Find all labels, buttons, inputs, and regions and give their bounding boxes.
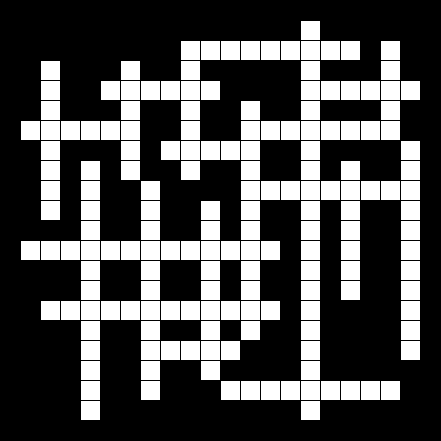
- white-cell-r14c15[interactable]: [301, 281, 320, 300]
- black-cell-r10c21: [421, 201, 440, 220]
- white-cell-r6c2[interactable]: [41, 121, 60, 140]
- white-cell-r2c13[interactable]: [261, 41, 280, 60]
- black-cell-r18c2: [41, 361, 60, 380]
- black-cell-r3c5: [101, 61, 120, 80]
- black-cell-r3c11: [221, 61, 240, 80]
- black-cell-r16c17: [341, 321, 360, 340]
- black-cell-r0c18: [361, 1, 380, 20]
- black-cell-r3c0: [1, 61, 20, 80]
- white-cell-r13c17[interactable]: [341, 261, 360, 280]
- white-cell-r17c7[interactable]: [141, 341, 160, 360]
- white-cell-r4c18[interactable]: [361, 81, 380, 100]
- white-cell-r18c4[interactable]: [81, 361, 100, 380]
- white-cell-r18c7[interactable]: [141, 361, 160, 380]
- white-cell-r14c4[interactable]: [81, 281, 100, 300]
- white-cell-r8c2[interactable]: [41, 161, 60, 180]
- black-cell-r14c2: [41, 281, 60, 300]
- white-cell-r10c2[interactable]: [41, 201, 60, 220]
- white-cell-r10c20[interactable]: [401, 201, 420, 220]
- white-cell-r2c14[interactable]: [281, 41, 300, 60]
- black-cell-r3c20: [401, 61, 420, 80]
- white-cell-r3c9[interactable]: [181, 61, 200, 80]
- white-cell-r16c15[interactable]: [301, 321, 320, 340]
- white-cell-r14c7[interactable]: [141, 281, 160, 300]
- white-cell-r10c12[interactable]: [241, 201, 260, 220]
- white-cell-r17c11[interactable]: [221, 341, 240, 360]
- white-cell-r19c18[interactable]: [361, 381, 380, 400]
- white-cell-r6c19[interactable]: [381, 121, 400, 140]
- black-cell-r21c2: [41, 421, 60, 440]
- white-cell-r2c19[interactable]: [381, 41, 400, 60]
- black-cell-r10c13: [261, 201, 280, 220]
- white-cell-r11c12[interactable]: [241, 221, 260, 240]
- black-cell-r7c3: [61, 141, 80, 160]
- white-cell-r10c4[interactable]: [81, 201, 100, 220]
- black-cell-r13c8: [161, 261, 180, 280]
- white-cell-r12c20[interactable]: [401, 241, 420, 260]
- white-cell-r16c7[interactable]: [141, 321, 160, 340]
- black-cell-r21c7: [141, 421, 160, 440]
- white-cell-r4c20[interactable]: [401, 81, 420, 100]
- white-cell-r5c2[interactable]: [41, 101, 60, 120]
- white-cell-r8c6[interactable]: [121, 161, 140, 180]
- black-cell-r0c0: [1, 1, 20, 20]
- white-cell-r7c20[interactable]: [401, 141, 420, 160]
- white-cell-r12c13[interactable]: [261, 241, 280, 260]
- white-cell-r19c16[interactable]: [321, 381, 340, 400]
- white-cell-r4c17[interactable]: [341, 81, 360, 100]
- white-cell-r12c2[interactable]: [41, 241, 60, 260]
- black-cell-r6c21: [421, 121, 440, 140]
- white-cell-r8c17[interactable]: [341, 161, 360, 180]
- white-cell-r13c10[interactable]: [201, 261, 220, 280]
- white-cell-r2c17[interactable]: [341, 41, 360, 60]
- white-cell-r9c14[interactable]: [281, 181, 300, 200]
- black-cell-r20c20: [401, 401, 420, 420]
- black-cell-r7c21: [421, 141, 440, 160]
- black-cell-r3c3: [61, 61, 80, 80]
- white-cell-r7c2[interactable]: [41, 141, 60, 160]
- white-cell-r19c14[interactable]: [281, 381, 300, 400]
- black-cell-r1c12: [241, 21, 260, 40]
- black-cell-r3c4: [81, 61, 100, 80]
- black-cell-r7c0: [1, 141, 20, 160]
- white-cell-r8c20[interactable]: [401, 161, 420, 180]
- white-cell-r18c10[interactable]: [201, 361, 220, 380]
- white-cell-r4c10[interactable]: [201, 81, 220, 100]
- black-cell-r17c14: [281, 341, 300, 360]
- white-cell-r2c10[interactable]: [201, 41, 220, 60]
- black-cell-r20c21: [421, 401, 440, 420]
- black-cell-r16c13: [261, 321, 280, 340]
- white-cell-r7c9[interactable]: [181, 141, 200, 160]
- black-cell-r20c9: [181, 401, 200, 420]
- black-cell-r18c19: [381, 361, 400, 380]
- white-cell-r15c3[interactable]: [61, 301, 80, 320]
- black-cell-r13c3: [61, 261, 80, 280]
- black-cell-r10c3: [61, 201, 80, 220]
- black-cell-r10c18: [361, 201, 380, 220]
- black-cell-r3c7: [141, 61, 160, 80]
- black-cell-r8c19: [381, 161, 400, 180]
- white-cell-r8c4[interactable]: [81, 161, 100, 180]
- white-cell-r15c7[interactable]: [141, 301, 160, 320]
- black-cell-r16c3: [61, 321, 80, 340]
- white-cell-r9c20[interactable]: [401, 181, 420, 200]
- white-cell-r5c12[interactable]: [241, 101, 260, 120]
- black-cell-r20c14: [281, 401, 300, 420]
- white-cell-r11c20[interactable]: [401, 221, 420, 240]
- black-cell-r20c3: [61, 401, 80, 420]
- white-cell-r2c16[interactable]: [321, 41, 340, 60]
- white-cell-r6c3[interactable]: [61, 121, 80, 140]
- white-cell-r1c15[interactable]: [301, 21, 320, 40]
- white-cell-r4c16[interactable]: [321, 81, 340, 100]
- white-cell-r3c19[interactable]: [381, 61, 400, 80]
- white-cell-r6c13[interactable]: [261, 121, 280, 140]
- white-cell-r7c8[interactable]: [161, 141, 180, 160]
- black-cell-r0c9: [181, 1, 200, 20]
- black-cell-r13c11: [221, 261, 240, 280]
- white-cell-r6c6[interactable]: [121, 121, 140, 140]
- white-cell-r3c2[interactable]: [41, 61, 60, 80]
- black-cell-r2c5: [101, 41, 120, 60]
- white-cell-r12c12[interactable]: [241, 241, 260, 260]
- white-cell-r12c6[interactable]: [121, 241, 140, 260]
- white-cell-r15c12[interactable]: [241, 301, 260, 320]
- white-cell-r13c20[interactable]: [401, 261, 420, 280]
- white-cell-r15c11[interactable]: [221, 301, 240, 320]
- black-cell-r10c0: [1, 201, 20, 220]
- white-cell-r8c15[interactable]: [301, 161, 320, 180]
- black-cell-r9c1: [21, 181, 40, 200]
- black-cell-r15c18: [361, 301, 380, 320]
- white-cell-r3c15[interactable]: [301, 61, 320, 80]
- white-cell-r17c20[interactable]: [401, 341, 420, 360]
- white-cell-r11c17[interactable]: [341, 221, 360, 240]
- white-cell-r6c12[interactable]: [241, 121, 260, 140]
- black-cell-r1c14: [281, 21, 300, 40]
- white-cell-r6c1[interactable]: [21, 121, 40, 140]
- black-cell-r18c13: [261, 361, 280, 380]
- black-cell-r8c8: [161, 161, 180, 180]
- black-cell-r10c14: [281, 201, 300, 220]
- black-cell-r1c4: [81, 21, 100, 40]
- white-cell-r6c5[interactable]: [101, 121, 120, 140]
- black-cell-r15c21: [421, 301, 440, 320]
- white-cell-r2c9[interactable]: [181, 41, 200, 60]
- black-cell-r11c6: [121, 221, 140, 240]
- white-cell-r11c4[interactable]: [81, 221, 100, 240]
- white-cell-r12c1[interactable]: [21, 241, 40, 260]
- black-cell-r2c3: [61, 41, 80, 60]
- white-cell-r10c15[interactable]: [301, 201, 320, 220]
- white-cell-r13c15[interactable]: [301, 261, 320, 280]
- white-cell-r20c4[interactable]: [81, 401, 100, 420]
- black-cell-r1c19: [381, 21, 400, 40]
- white-cell-r16c4[interactable]: [81, 321, 100, 340]
- black-cell-r0c14: [281, 1, 300, 20]
- black-cell-r2c4: [81, 41, 100, 60]
- white-cell-r17c8[interactable]: [161, 341, 180, 360]
- black-cell-r20c8: [161, 401, 180, 420]
- white-cell-r5c19[interactable]: [381, 101, 400, 120]
- white-cell-r5c15[interactable]: [301, 101, 320, 120]
- black-cell-r18c9: [181, 361, 200, 380]
- white-cell-r6c17[interactable]: [341, 121, 360, 140]
- white-cell-r10c10[interactable]: [201, 201, 220, 220]
- white-cell-r7c10[interactable]: [201, 141, 220, 160]
- black-cell-r7c1: [21, 141, 40, 160]
- white-cell-r11c15[interactable]: [301, 221, 320, 240]
- white-cell-r7c12[interactable]: [241, 141, 260, 160]
- black-cell-r2c18: [361, 41, 380, 60]
- black-cell-r4c1: [21, 81, 40, 100]
- white-cell-r2c15[interactable]: [301, 41, 320, 60]
- black-cell-r19c3: [61, 381, 80, 400]
- black-cell-r14c1: [21, 281, 40, 300]
- white-cell-r12c10[interactable]: [201, 241, 220, 260]
- black-cell-r16c8: [161, 321, 180, 340]
- white-cell-r12c15[interactable]: [301, 241, 320, 260]
- black-cell-r20c17: [341, 401, 360, 420]
- white-cell-r2c11[interactable]: [221, 41, 240, 60]
- black-cell-r6c0: [1, 121, 20, 140]
- white-cell-r14c17[interactable]: [341, 281, 360, 300]
- black-cell-r5c11: [221, 101, 240, 120]
- white-cell-r19c15[interactable]: [301, 381, 320, 400]
- white-cell-r16c20[interactable]: [401, 321, 420, 340]
- black-cell-r4c4: [81, 81, 100, 100]
- white-cell-r12c7[interactable]: [141, 241, 160, 260]
- white-cell-r19c4[interactable]: [81, 381, 100, 400]
- white-cell-r4c19[interactable]: [381, 81, 400, 100]
- black-cell-r14c0: [1, 281, 20, 300]
- white-cell-r9c18[interactable]: [361, 181, 380, 200]
- black-cell-r20c6: [121, 401, 140, 420]
- white-cell-r5c9[interactable]: [181, 101, 200, 120]
- white-cell-r3c6[interactable]: [121, 61, 140, 80]
- black-cell-r21c1: [21, 421, 40, 440]
- white-cell-r9c13[interactable]: [261, 181, 280, 200]
- white-cell-r12c5[interactable]: [101, 241, 120, 260]
- white-cell-r9c19[interactable]: [381, 181, 400, 200]
- white-cell-r15c6[interactable]: [121, 301, 140, 320]
- black-cell-r18c0: [1, 361, 20, 380]
- white-cell-r19c11[interactable]: [221, 381, 240, 400]
- white-cell-r9c2[interactable]: [41, 181, 60, 200]
- black-cell-r20c12: [241, 401, 260, 420]
- white-cell-r17c9[interactable]: [181, 341, 200, 360]
- white-cell-r12c17[interactable]: [341, 241, 360, 260]
- black-cell-r0c19: [381, 1, 400, 20]
- black-cell-r1c11: [221, 21, 240, 40]
- black-cell-r4c13: [261, 81, 280, 100]
- white-cell-r9c12[interactable]: [241, 181, 260, 200]
- white-cell-r2c12[interactable]: [241, 41, 260, 60]
- white-cell-r4c2[interactable]: [41, 81, 60, 100]
- white-cell-r15c5[interactable]: [101, 301, 120, 320]
- white-cell-r15c20[interactable]: [401, 301, 420, 320]
- black-cell-r7c7: [141, 141, 160, 160]
- black-cell-r8c3: [61, 161, 80, 180]
- white-cell-r15c8[interactable]: [161, 301, 180, 320]
- black-cell-r16c11: [221, 321, 240, 340]
- black-cell-r1c6: [121, 21, 140, 40]
- white-cell-r12c8[interactable]: [161, 241, 180, 260]
- black-cell-r0c17: [341, 1, 360, 20]
- white-cell-r15c9[interactable]: [181, 301, 200, 320]
- white-cell-r4c9[interactable]: [181, 81, 200, 100]
- white-cell-r14c20[interactable]: [401, 281, 420, 300]
- white-cell-r11c10[interactable]: [201, 221, 220, 240]
- white-cell-r4c5[interactable]: [101, 81, 120, 100]
- black-cell-r2c7: [141, 41, 160, 60]
- white-cell-r4c8[interactable]: [161, 81, 180, 100]
- black-cell-r1c2: [41, 21, 60, 40]
- black-cell-r12c21: [421, 241, 440, 260]
- white-cell-r9c16[interactable]: [321, 181, 340, 200]
- white-cell-r15c13[interactable]: [261, 301, 280, 320]
- black-cell-r3c8: [161, 61, 180, 80]
- white-cell-r12c11[interactable]: [221, 241, 240, 260]
- white-cell-r6c15[interactable]: [301, 121, 320, 140]
- white-cell-r9c7[interactable]: [141, 181, 160, 200]
- white-cell-r9c4[interactable]: [81, 181, 100, 200]
- black-cell-r16c2: [41, 321, 60, 340]
- white-cell-r18c15[interactable]: [301, 361, 320, 380]
- black-cell-r4c14: [281, 81, 300, 100]
- black-cell-r0c12: [241, 1, 260, 20]
- black-cell-r15c14: [281, 301, 300, 320]
- white-cell-r12c9[interactable]: [181, 241, 200, 260]
- white-cell-r9c17[interactable]: [341, 181, 360, 200]
- white-cell-r8c9[interactable]: [181, 161, 200, 180]
- white-cell-r10c7[interactable]: [141, 201, 160, 220]
- white-cell-r19c13[interactable]: [261, 381, 280, 400]
- white-cell-r17c4[interactable]: [81, 341, 100, 360]
- white-cell-r19c19[interactable]: [381, 381, 400, 400]
- white-cell-r14c10[interactable]: [201, 281, 220, 300]
- black-cell-r5c0: [1, 101, 20, 120]
- white-cell-r16c12[interactable]: [241, 321, 260, 340]
- black-cell-r13c9: [181, 261, 200, 280]
- white-cell-r13c7[interactable]: [141, 261, 160, 280]
- black-cell-r19c21: [421, 381, 440, 400]
- black-cell-r17c19: [381, 341, 400, 360]
- white-cell-r12c3[interactable]: [61, 241, 80, 260]
- black-cell-r20c5: [101, 401, 120, 420]
- white-cell-r4c15[interactable]: [301, 81, 320, 100]
- black-cell-r17c5: [101, 341, 120, 360]
- black-cell-r8c1: [21, 161, 40, 180]
- black-cell-r13c0: [1, 261, 20, 280]
- black-cell-r1c0: [1, 21, 20, 40]
- white-cell-r6c14[interactable]: [281, 121, 300, 140]
- white-cell-r10c17[interactable]: [341, 201, 360, 220]
- white-cell-r4c6[interactable]: [121, 81, 140, 100]
- white-cell-r19c12[interactable]: [241, 381, 260, 400]
- white-cell-r11c7[interactable]: [141, 221, 160, 240]
- black-cell-r13c14: [281, 261, 300, 280]
- white-cell-r19c7[interactable]: [141, 381, 160, 400]
- white-cell-r8c12[interactable]: [241, 161, 260, 180]
- black-cell-r15c0: [1, 301, 20, 320]
- black-cell-r14c5: [101, 281, 120, 300]
- black-cell-r3c16: [321, 61, 340, 80]
- black-cell-r21c11: [221, 421, 240, 440]
- white-cell-r7c11[interactable]: [221, 141, 240, 160]
- black-cell-r13c21: [421, 261, 440, 280]
- black-cell-r21c13: [261, 421, 280, 440]
- black-cell-r17c16: [321, 341, 340, 360]
- black-cell-r6c20: [401, 121, 420, 140]
- black-cell-r5c14: [281, 101, 300, 120]
- black-cell-r21c15: [301, 421, 320, 440]
- white-cell-r7c15[interactable]: [301, 141, 320, 160]
- black-cell-r0c7: [141, 1, 160, 20]
- black-cell-r3c10: [201, 61, 220, 80]
- white-cell-r6c4[interactable]: [81, 121, 100, 140]
- black-cell-r18c8: [161, 361, 180, 380]
- white-cell-r20c15[interactable]: [301, 401, 320, 420]
- white-cell-r6c9[interactable]: [181, 121, 200, 140]
- white-cell-r15c15[interactable]: [301, 301, 320, 320]
- black-cell-r0c2: [41, 1, 60, 20]
- black-cell-r13c5: [101, 261, 120, 280]
- white-cell-r19c17[interactable]: [341, 381, 360, 400]
- white-cell-r13c12[interactable]: [241, 261, 260, 280]
- white-cell-r15c10[interactable]: [201, 301, 220, 320]
- black-cell-r21c3: [61, 421, 80, 440]
- black-cell-r18c20: [401, 361, 420, 380]
- black-cell-r19c2: [41, 381, 60, 400]
- white-cell-r12c4[interactable]: [81, 241, 100, 260]
- white-cell-r16c10[interactable]: [201, 321, 220, 340]
- black-cell-r18c5: [101, 361, 120, 380]
- black-cell-r3c21: [421, 61, 440, 80]
- white-cell-r17c15[interactable]: [301, 341, 320, 360]
- white-cell-r14c12[interactable]: [241, 281, 260, 300]
- black-cell-r5c8: [161, 101, 180, 120]
- black-cell-r20c0: [1, 401, 20, 420]
- white-cell-r15c2[interactable]: [41, 301, 60, 320]
- white-cell-r5c6[interactable]: [121, 101, 140, 120]
- black-cell-r18c18: [361, 361, 380, 380]
- white-cell-r9c15[interactable]: [301, 181, 320, 200]
- black-cell-r11c19: [381, 221, 400, 240]
- black-cell-r0c21: [421, 1, 440, 20]
- white-cell-r4c7[interactable]: [141, 81, 160, 100]
- black-cell-r16c1: [21, 321, 40, 340]
- white-cell-r17c10[interactable]: [201, 341, 220, 360]
- black-cell-r19c1: [21, 381, 40, 400]
- black-cell-r11c9: [181, 221, 200, 240]
- black-cell-r21c18: [361, 421, 380, 440]
- black-cell-r19c10: [201, 381, 220, 400]
- white-cell-r6c16[interactable]: [321, 121, 340, 140]
- black-cell-r8c10: [201, 161, 220, 180]
- black-cell-r8c7: [141, 161, 160, 180]
- white-cell-r6c18[interactable]: [361, 121, 380, 140]
- black-cell-r11c18: [361, 221, 380, 240]
- white-cell-r15c4[interactable]: [81, 301, 100, 320]
- white-cell-r7c6[interactable]: [121, 141, 140, 160]
- black-cell-r10c19: [381, 201, 400, 220]
- black-cell-r0c11: [221, 1, 240, 20]
- black-cell-r11c13: [261, 221, 280, 240]
- white-cell-r13c4[interactable]: [81, 261, 100, 280]
